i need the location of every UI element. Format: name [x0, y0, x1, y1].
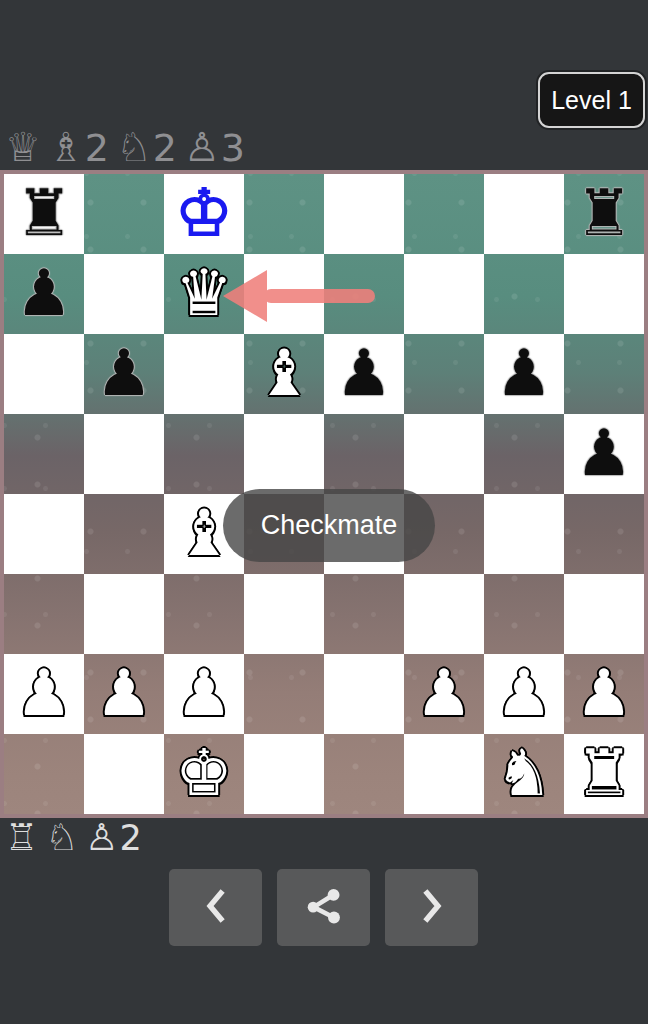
captured-tray-top: ♕♗2♘2♙3	[5, 124, 252, 170]
piece-white-queen-c7[interactable]: ♛	[164, 254, 244, 334]
square-f6[interactable]	[404, 334, 484, 414]
square-c3[interactable]	[164, 574, 244, 654]
square-e2[interactable]	[324, 654, 404, 734]
square-h2[interactable]: ♟	[564, 654, 644, 734]
captured-knight-icon: ♘	[45, 816, 78, 859]
square-c7[interactable]: ♛	[164, 254, 244, 334]
captured-rook-icon: ♖	[5, 816, 38, 859]
captured-group-knight: ♘	[45, 816, 78, 859]
captured-group-queen: ♕	[5, 124, 41, 170]
square-g1[interactable]: ♞	[484, 734, 564, 814]
square-b8[interactable]	[84, 174, 164, 254]
piece-black-pawn-e6[interactable]: ♟	[324, 334, 404, 414]
square-a6[interactable]	[4, 334, 84, 414]
piece-white-bishop-c4[interactable]: ♝	[164, 494, 244, 574]
square-c1[interactable]: ♚	[164, 734, 244, 814]
square-f2[interactable]: ♟	[404, 654, 484, 734]
square-b1[interactable]	[84, 734, 164, 814]
captured-count: 2	[85, 126, 109, 170]
square-h3[interactable]	[564, 574, 644, 654]
square-g6[interactable]: ♟	[484, 334, 564, 414]
square-f1[interactable]	[404, 734, 484, 814]
chess-board: ♜♔♜♟♛♟♝♟♟♟♝♟♟♟♟♟♟♚♞♜	[0, 170, 648, 818]
piece-white-pawn-b2[interactable]: ♟	[84, 654, 164, 734]
next-move-button[interactable]	[385, 869, 478, 946]
square-d8[interactable]	[244, 174, 324, 254]
piece-black-pawn-a7[interactable]: ♟	[4, 254, 84, 334]
captured-count: 2	[120, 817, 142, 858]
piece-black-king-c8[interactable]: ♔	[164, 174, 244, 254]
square-c8[interactable]: ♔	[164, 174, 244, 254]
captured-group-pawn: ♙2	[85, 816, 142, 859]
square-b2[interactable]: ♟	[84, 654, 164, 734]
square-a7[interactable]: ♟	[4, 254, 84, 334]
square-e4[interactable]	[324, 494, 404, 574]
captured-group-rook: ♖	[5, 816, 38, 859]
square-d5[interactable]	[244, 414, 324, 494]
square-a5[interactable]	[4, 414, 84, 494]
square-h5[interactable]: ♟	[564, 414, 644, 494]
square-c4[interactable]: ♝	[164, 494, 244, 574]
captured-group-bishop: ♗2	[48, 124, 109, 170]
square-c2[interactable]: ♟	[164, 654, 244, 734]
square-a8[interactable]: ♜	[4, 174, 84, 254]
piece-black-pawn-g6[interactable]: ♟	[484, 334, 564, 414]
previous-move-button[interactable]	[169, 869, 262, 946]
piece-black-rook-h8[interactable]: ♜	[564, 174, 644, 254]
square-d4[interactable]	[244, 494, 324, 574]
chevron-right-icon	[411, 880, 453, 935]
share-button[interactable]	[277, 869, 370, 946]
square-b7[interactable]	[84, 254, 164, 334]
square-a4[interactable]	[4, 494, 84, 574]
square-f4[interactable]	[404, 494, 484, 574]
square-f8[interactable]	[404, 174, 484, 254]
captured-group-pawn: ♙3	[184, 124, 245, 170]
square-f5[interactable]	[404, 414, 484, 494]
square-d2[interactable]	[244, 654, 324, 734]
square-e3[interactable]	[324, 574, 404, 654]
captured-knight-icon: ♘	[116, 124, 152, 170]
captured-bishop-icon: ♗	[48, 124, 84, 170]
piece-white-king-c1[interactable]: ♚	[164, 734, 244, 814]
square-c6[interactable]	[164, 334, 244, 414]
piece-white-pawn-f2[interactable]: ♟	[404, 654, 484, 734]
square-d6[interactable]: ♝	[244, 334, 324, 414]
square-a1[interactable]	[4, 734, 84, 814]
piece-white-pawn-g2[interactable]: ♟	[484, 654, 564, 734]
captured-group-knight: ♘2	[116, 124, 177, 170]
captured-count: 2	[153, 126, 177, 170]
square-g5[interactable]	[484, 414, 564, 494]
square-h8[interactable]: ♜	[564, 174, 644, 254]
share-icon	[301, 883, 347, 932]
square-d1[interactable]	[244, 734, 324, 814]
square-e8[interactable]	[324, 174, 404, 254]
square-h4[interactable]	[564, 494, 644, 574]
captured-queen-icon: ♕	[5, 124, 41, 170]
captured-tray-bottom: ♖♘♙2	[5, 815, 149, 861]
piece-black-pawn-h5[interactable]: ♟	[564, 414, 644, 494]
app-screen: Level 1 ♕♗2♘2♙3 ♜♔♜♟♛♟♝♟♟♟♝♟♟♟♟♟♟♚♞♜ Che…	[0, 0, 648, 1024]
square-b3[interactable]	[84, 574, 164, 654]
square-e5[interactable]	[324, 414, 404, 494]
level-label: Level 1	[551, 86, 632, 115]
square-b6[interactable]: ♟	[84, 334, 164, 414]
square-e7[interactable]	[324, 254, 404, 334]
captured-count: 3	[221, 126, 245, 170]
piece-black-pawn-b6[interactable]: ♟	[84, 334, 164, 414]
piece-white-rook-h1[interactable]: ♜	[564, 734, 644, 814]
piece-white-pawn-h2[interactable]: ♟	[564, 654, 644, 734]
piece-white-knight-g1[interactable]: ♞	[484, 734, 564, 814]
chevron-left-icon	[195, 880, 237, 935]
level-button[interactable]: Level 1	[538, 72, 645, 128]
square-c5[interactable]	[164, 414, 244, 494]
square-a3[interactable]	[4, 574, 84, 654]
square-g7[interactable]	[484, 254, 564, 334]
square-d7[interactable]	[244, 254, 324, 334]
piece-white-bishop-d6[interactable]: ♝	[244, 334, 324, 414]
square-h7[interactable]	[564, 254, 644, 334]
square-g3[interactable]	[484, 574, 564, 654]
square-g8[interactable]	[484, 174, 564, 254]
square-f3[interactable]	[404, 574, 484, 654]
square-e1[interactable]	[324, 734, 404, 814]
square-h6[interactable]	[564, 334, 644, 414]
piece-black-rook-a8[interactable]: ♜	[4, 174, 84, 254]
square-a2[interactable]: ♟	[4, 654, 84, 734]
square-g4[interactable]	[484, 494, 564, 574]
square-f7[interactable]	[404, 254, 484, 334]
captured-pawn-icon: ♙	[85, 816, 118, 859]
square-g2[interactable]: ♟	[484, 654, 564, 734]
captured-pawn-icon: ♙	[184, 124, 220, 170]
square-d3[interactable]	[244, 574, 324, 654]
square-e6[interactable]: ♟	[324, 334, 404, 414]
piece-white-pawn-c2[interactable]: ♟	[164, 654, 244, 734]
square-b4[interactable]	[84, 494, 164, 574]
square-b5[interactable]	[84, 414, 164, 494]
square-h1[interactable]: ♜	[564, 734, 644, 814]
piece-white-pawn-a2[interactable]: ♟	[4, 654, 84, 734]
